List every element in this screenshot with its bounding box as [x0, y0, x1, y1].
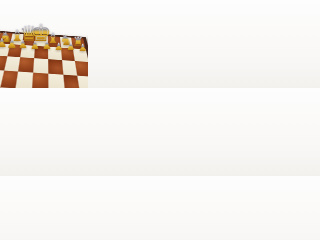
square-h6[interactable]	[75, 61, 88, 77]
square-e6[interactable]	[33, 58, 48, 73]
square-h5[interactable]	[78, 76, 88, 88]
board-grid	[0, 32, 88, 88]
square-f5[interactable]	[48, 74, 64, 88]
board-frame	[0, 30, 88, 88]
square-e5[interactable]	[32, 73, 48, 88]
square-c4[interactable]	[0, 87, 16, 88]
square-f6[interactable]	[48, 59, 63, 75]
square-d7[interactable]	[20, 45, 35, 58]
square-h7[interactable]	[73, 49, 88, 63]
chess-board	[0, 30, 86, 88]
square-d5[interactable]	[16, 72, 33, 88]
square-e7[interactable]	[34, 46, 48, 59]
square-d6[interactable]	[18, 57, 34, 72]
chess-set-photo: ♜♞♝♛♚♝♞♜♟♟♟♟♟♟♟♟	[0, 0, 88, 88]
square-f7[interactable]	[48, 47, 62, 60]
